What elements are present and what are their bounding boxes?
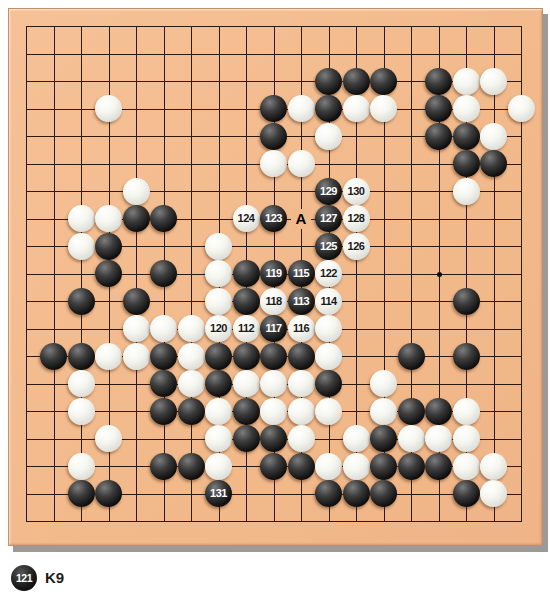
black-stone — [398, 398, 425, 425]
black-stone — [425, 453, 452, 480]
white-stone — [95, 343, 122, 370]
move-number: 113 — [293, 296, 309, 307]
stone-116: 116 — [288, 315, 315, 342]
black-stone — [370, 68, 397, 95]
white-stone — [260, 370, 287, 397]
white-stone — [288, 370, 315, 397]
stone-125: 125 — [315, 233, 342, 260]
black-stone — [398, 343, 425, 370]
go-board: 1291301241231271281251261191151221181131… — [8, 8, 543, 546]
white-stone — [508, 95, 535, 122]
white-stone — [425, 425, 452, 452]
black-stone — [260, 95, 287, 122]
stone-112: 112 — [233, 315, 260, 342]
white-stone — [315, 315, 342, 342]
black-stone — [68, 480, 95, 507]
white-stone — [370, 95, 397, 122]
black-stone — [370, 425, 397, 452]
move-number: 112 — [238, 323, 254, 334]
black-stone — [425, 95, 452, 122]
black-stone — [123, 205, 150, 232]
black-stone — [95, 260, 122, 287]
black-stone — [123, 288, 150, 315]
stone-119: 119 — [260, 260, 287, 287]
white-stone — [178, 343, 205, 370]
white-stone — [233, 370, 260, 397]
black-stone — [68, 343, 95, 370]
white-stone — [398, 425, 425, 452]
black-stone — [370, 480, 397, 507]
black-stone — [178, 453, 205, 480]
stone-123: 123 — [260, 205, 287, 232]
white-stone — [343, 453, 370, 480]
white-stone — [68, 453, 95, 480]
white-stone — [288, 398, 315, 425]
white-stone — [480, 453, 507, 480]
move-number: 131 — [210, 488, 227, 499]
move-number: 122 — [320, 268, 337, 279]
black-stone — [233, 398, 260, 425]
white-stone — [205, 288, 232, 315]
move-number: 130 — [348, 186, 365, 197]
white-stone — [288, 425, 315, 452]
star-point — [437, 272, 442, 277]
stone-117: 117 — [260, 315, 287, 342]
black-stone — [40, 343, 67, 370]
move-number: 126 — [348, 241, 365, 252]
stone-114: 114 — [315, 288, 342, 315]
white-stone — [205, 233, 232, 260]
move-number: 125 — [320, 241, 337, 252]
black-stone — [425, 123, 452, 150]
white-stone — [480, 68, 507, 95]
white-stone — [123, 315, 150, 342]
black-stone — [453, 288, 480, 315]
black-stone — [233, 425, 260, 452]
black-stone — [260, 425, 287, 452]
white-stone — [95, 205, 122, 232]
grid-line-horizontal — [26, 521, 522, 522]
grid-line-vertical — [494, 26, 495, 522]
black-stone — [425, 398, 452, 425]
white-stone — [205, 260, 232, 287]
move-number: 127 — [320, 213, 337, 224]
black-stone — [205, 370, 232, 397]
black-stone — [150, 205, 177, 232]
white-stone — [150, 315, 177, 342]
move-number: 118 — [265, 296, 281, 307]
black-stone — [95, 233, 122, 260]
black-stone — [453, 150, 480, 177]
black-stone — [178, 398, 205, 425]
black-stone — [205, 343, 232, 370]
white-stone — [343, 95, 370, 122]
white-stone — [95, 95, 122, 122]
black-stone — [150, 343, 177, 370]
white-stone — [453, 453, 480, 480]
black-stone — [95, 480, 122, 507]
black-stone — [453, 123, 480, 150]
move-number: 119 — [265, 268, 281, 279]
black-stone — [233, 288, 260, 315]
stone-126: 126 — [343, 233, 370, 260]
move-number: 123 — [265, 213, 282, 224]
black-stone — [68, 288, 95, 315]
white-stone — [453, 178, 480, 205]
black-stone — [233, 260, 260, 287]
black-stone — [315, 370, 342, 397]
white-stone — [315, 123, 342, 150]
move-number: 129 — [320, 186, 337, 197]
black-stone — [233, 343, 260, 370]
black-stone — [315, 480, 342, 507]
white-stone — [480, 480, 507, 507]
white-stone — [315, 343, 342, 370]
move-number: 128 — [348, 213, 365, 224]
black-stone — [315, 95, 342, 122]
move-number: 120 — [210, 323, 227, 334]
white-stone — [178, 370, 205, 397]
caption-location: K9 — [45, 569, 64, 586]
black-stone — [150, 398, 177, 425]
stone-122: 122 — [315, 260, 342, 287]
white-stone — [178, 315, 205, 342]
caption-black-stone-icon: 121 — [11, 565, 37, 591]
white-stone — [205, 398, 232, 425]
stone-120: 120 — [205, 315, 232, 342]
black-stone — [398, 453, 425, 480]
white-stone — [343, 425, 370, 452]
stone-124: 124 — [233, 205, 260, 232]
point-label-A: A — [291, 209, 311, 229]
stone-129: 129 — [315, 178, 342, 205]
white-stone — [68, 233, 95, 260]
stone-131: 131 — [205, 480, 232, 507]
white-stone — [370, 370, 397, 397]
black-stone — [260, 343, 287, 370]
white-stone — [453, 425, 480, 452]
black-stone — [150, 260, 177, 287]
white-stone — [123, 343, 150, 370]
stone-118: 118 — [260, 288, 287, 315]
black-stone — [343, 480, 370, 507]
black-stone — [480, 150, 507, 177]
white-stone — [95, 425, 122, 452]
black-stone — [288, 453, 315, 480]
move-number: 117 — [265, 323, 281, 334]
white-stone — [205, 425, 232, 452]
black-stone — [453, 343, 480, 370]
white-stone — [315, 453, 342, 480]
white-stone — [123, 178, 150, 205]
white-stone — [68, 398, 95, 425]
black-stone — [315, 68, 342, 95]
black-stone — [288, 343, 315, 370]
white-stone — [315, 398, 342, 425]
stone-127: 127 — [315, 205, 342, 232]
black-stone — [260, 123, 287, 150]
white-stone — [288, 95, 315, 122]
white-stone — [453, 95, 480, 122]
stone-113: 113 — [288, 288, 315, 315]
black-stone — [370, 453, 397, 480]
black-stone — [425, 68, 452, 95]
caption: 121 K9 — [11, 564, 64, 591]
move-number: 115 — [293, 268, 309, 279]
white-stone — [205, 453, 232, 480]
black-stone — [343, 68, 370, 95]
white-stone — [68, 370, 95, 397]
stone-115: 115 — [288, 260, 315, 287]
white-stone — [480, 123, 507, 150]
black-stone — [453, 480, 480, 507]
white-stone — [260, 398, 287, 425]
stone-128: 128 — [343, 205, 370, 232]
move-number: 124 — [238, 213, 255, 224]
white-stone — [370, 398, 397, 425]
black-stone — [150, 453, 177, 480]
move-number: 116 — [293, 323, 309, 334]
black-stone — [150, 370, 177, 397]
black-stone — [260, 453, 287, 480]
stone-130: 130 — [343, 178, 370, 205]
caption-move-number: 121 — [16, 572, 32, 584]
white-stone — [68, 205, 95, 232]
move-number: 114 — [320, 296, 336, 307]
white-stone — [453, 68, 480, 95]
white-stone — [288, 150, 315, 177]
white-stone — [260, 150, 287, 177]
white-stone — [453, 398, 480, 425]
